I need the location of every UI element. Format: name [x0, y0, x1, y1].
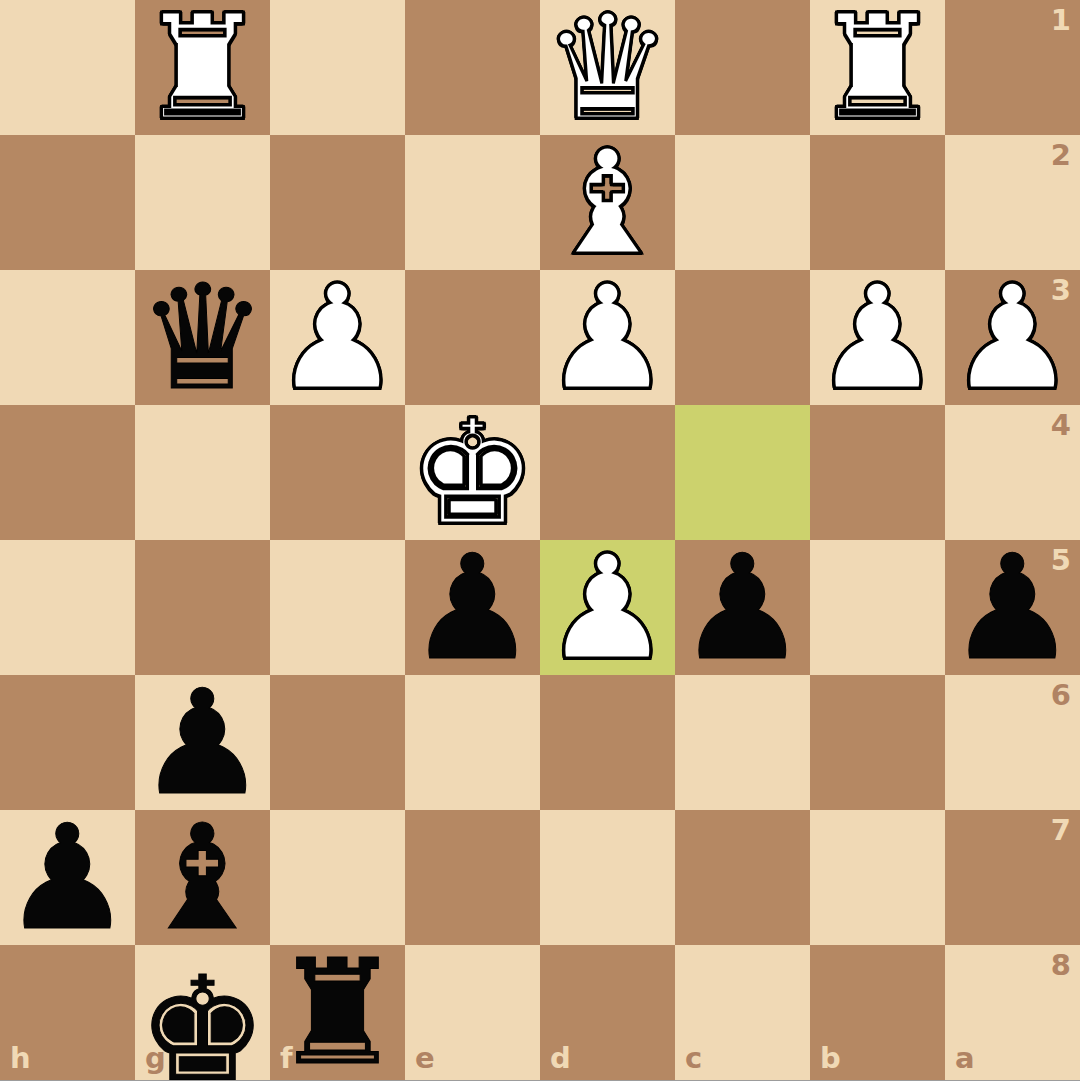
square-e8[interactable]: e: [405, 945, 540, 1080]
square-b5[interactable]: [810, 540, 945, 675]
square-f6[interactable]: [270, 675, 405, 810]
square-f4[interactable]: [270, 405, 405, 540]
square-f2[interactable]: [270, 135, 405, 270]
piece-white-pawn[interactable]: ♟: [273, 270, 403, 405]
square-f5[interactable]: [270, 540, 405, 675]
file-label-h: h: [10, 1044, 31, 1073]
piece-black-bishop[interactable]: ♝: [138, 810, 268, 945]
square-b6[interactable]: [810, 675, 945, 810]
piece-white-king[interactable]: ♚: [408, 405, 538, 540]
square-g4[interactable]: [135, 405, 270, 540]
square-d6[interactable]: [540, 675, 675, 810]
chess-board: ♜♛♜1♝2♛♟♟♟3♟♚4♟♟♟5♟♟6♟♝7hg♚f♜edcb8a: [0, 0, 1080, 1080]
square-c4[interactable]: [675, 405, 810, 540]
piece-white-pawn[interactable]: ♟: [543, 540, 673, 675]
square-c7[interactable]: [675, 810, 810, 945]
piece-black-pawn[interactable]: ♟: [408, 540, 538, 675]
square-e1[interactable]: [405, 0, 540, 135]
square-a4[interactable]: 4: [945, 405, 1080, 540]
file-label-a: a: [955, 1044, 975, 1073]
square-c1[interactable]: [675, 0, 810, 135]
square-a2[interactable]: 2: [945, 135, 1080, 270]
square-g7[interactable]: ♝: [135, 810, 270, 945]
piece-black-king[interactable]: ♚: [138, 962, 268, 1080]
square-a1[interactable]: 1: [945, 0, 1080, 135]
square-e4[interactable]: ♚: [405, 405, 540, 540]
square-b2[interactable]: [810, 135, 945, 270]
piece-black-rook[interactable]: ♜: [273, 945, 403, 1080]
square-a6[interactable]: 6: [945, 675, 1080, 810]
rank-label-2: 2: [1051, 141, 1071, 170]
piece-black-pawn[interactable]: ♟: [3, 810, 133, 945]
piece-white-bishop[interactable]: ♝: [543, 135, 673, 270]
square-f7[interactable]: [270, 810, 405, 945]
square-g2[interactable]: [135, 135, 270, 270]
square-h4[interactable]: [0, 405, 135, 540]
square-e3[interactable]: [405, 270, 540, 405]
file-label-c: c: [685, 1044, 702, 1073]
square-h6[interactable]: [0, 675, 135, 810]
square-g3[interactable]: ♛: [135, 270, 270, 405]
square-h2[interactable]: [0, 135, 135, 270]
rank-label-7: 7: [1051, 816, 1071, 845]
piece-white-rook[interactable]: ♜: [138, 0, 268, 135]
rank-label-8: 8: [1051, 951, 1071, 980]
file-label-e: e: [415, 1044, 435, 1073]
square-f1[interactable]: [270, 0, 405, 135]
square-h1[interactable]: [0, 0, 135, 135]
square-h5[interactable]: [0, 540, 135, 675]
square-a7[interactable]: 7: [945, 810, 1080, 945]
square-b3[interactable]: ♟: [810, 270, 945, 405]
piece-black-queen[interactable]: ♛: [138, 270, 268, 405]
square-g8[interactable]: g♚: [135, 945, 270, 1080]
square-a5[interactable]: 5♟: [945, 540, 1080, 675]
square-g5[interactable]: [135, 540, 270, 675]
piece-white-pawn[interactable]: ♟: [813, 270, 943, 405]
square-e2[interactable]: [405, 135, 540, 270]
square-d7[interactable]: [540, 810, 675, 945]
square-b7[interactable]: [810, 810, 945, 945]
piece-white-pawn[interactable]: ♟: [948, 270, 1078, 405]
square-d2[interactable]: ♝: [540, 135, 675, 270]
square-g1[interactable]: ♜: [135, 0, 270, 135]
square-c2[interactable]: [675, 135, 810, 270]
square-b1[interactable]: ♜: [810, 0, 945, 135]
square-f3[interactable]: ♟: [270, 270, 405, 405]
piece-white-pawn[interactable]: ♟: [543, 270, 673, 405]
square-e5[interactable]: ♟: [405, 540, 540, 675]
square-f8[interactable]: f♜: [270, 945, 405, 1080]
square-e7[interactable]: [405, 810, 540, 945]
square-e6[interactable]: [405, 675, 540, 810]
piece-black-pawn[interactable]: ♟: [138, 675, 268, 810]
piece-white-queen[interactable]: ♛: [543, 0, 673, 135]
rank-label-1: 1: [1051, 6, 1071, 35]
square-h8[interactable]: h: [0, 945, 135, 1080]
square-c3[interactable]: [675, 270, 810, 405]
square-d4[interactable]: [540, 405, 675, 540]
square-d1[interactable]: ♛: [540, 0, 675, 135]
square-d5[interactable]: ♟: [540, 540, 675, 675]
file-label-b: b: [820, 1044, 841, 1073]
square-c6[interactable]: [675, 675, 810, 810]
square-b4[interactable]: [810, 405, 945, 540]
piece-black-pawn[interactable]: ♟: [678, 540, 808, 675]
square-h7[interactable]: ♟: [0, 810, 135, 945]
square-a3[interactable]: 3♟: [945, 270, 1080, 405]
square-c8[interactable]: c: [675, 945, 810, 1080]
square-d3[interactable]: ♟: [540, 270, 675, 405]
file-label-d: d: [550, 1044, 571, 1073]
piece-black-pawn[interactable]: ♟: [948, 540, 1078, 675]
square-d8[interactable]: d: [540, 945, 675, 1080]
square-h3[interactable]: [0, 270, 135, 405]
piece-white-rook[interactable]: ♜: [813, 0, 943, 135]
square-g6[interactable]: ♟: [135, 675, 270, 810]
square-b8[interactable]: b: [810, 945, 945, 1080]
square-c5[interactable]: ♟: [675, 540, 810, 675]
square-a8[interactable]: 8a: [945, 945, 1080, 1080]
